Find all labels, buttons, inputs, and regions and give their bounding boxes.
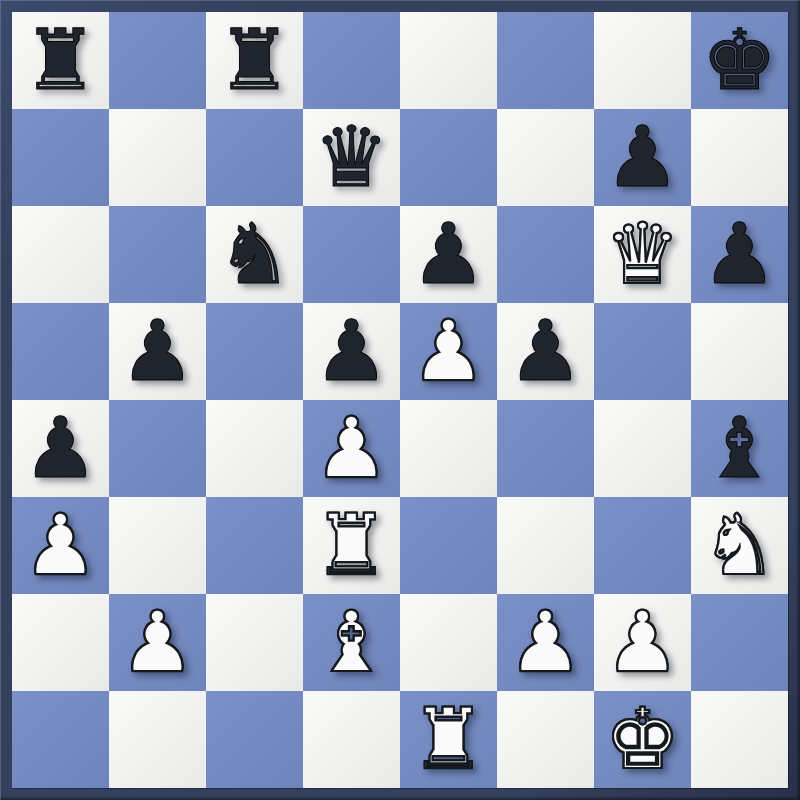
white-pawn-f2[interactable]: ♟ xyxy=(497,594,594,691)
white-rook-d3[interactable]: ♜ xyxy=(303,497,400,594)
square-e4[interactable] xyxy=(400,400,497,497)
square-b1[interactable] xyxy=(109,691,206,788)
square-d7[interactable]: ♛ xyxy=(303,109,400,206)
square-b3[interactable] xyxy=(109,497,206,594)
square-e3[interactable] xyxy=(400,497,497,594)
black-pawn-b5[interactable]: ♟ xyxy=(109,303,206,400)
black-queen-d7[interactable]: ♛ xyxy=(303,109,400,206)
square-h1[interactable] xyxy=(691,691,788,788)
square-d6[interactable] xyxy=(303,206,400,303)
square-d4[interactable]: ♟ xyxy=(303,400,400,497)
white-pawn-g2[interactable]: ♟ xyxy=(594,594,691,691)
black-king-h8[interactable]: ♚ xyxy=(691,12,788,109)
square-a8[interactable]: ♜ xyxy=(12,12,109,109)
square-f4[interactable] xyxy=(497,400,594,497)
square-c1[interactable] xyxy=(206,691,303,788)
square-b5[interactable]: ♟ xyxy=(109,303,206,400)
black-bishop-h4[interactable]: ♝ xyxy=(691,400,788,497)
square-f1[interactable] xyxy=(497,691,594,788)
square-e8[interactable] xyxy=(400,12,497,109)
square-h8[interactable]: ♚ xyxy=(691,12,788,109)
white-knight-h3[interactable]: ♞ xyxy=(691,497,788,594)
square-c3[interactable] xyxy=(206,497,303,594)
square-b4[interactable] xyxy=(109,400,206,497)
square-c2[interactable] xyxy=(206,594,303,691)
square-a6[interactable] xyxy=(12,206,109,303)
square-g4[interactable] xyxy=(594,400,691,497)
square-c4[interactable] xyxy=(206,400,303,497)
square-a3[interactable]: ♟ xyxy=(12,497,109,594)
black-pawn-g7[interactable]: ♟ xyxy=(594,109,691,206)
square-h5[interactable] xyxy=(691,303,788,400)
square-e1[interactable]: ♜ xyxy=(400,691,497,788)
square-a2[interactable] xyxy=(12,594,109,691)
square-e6[interactable]: ♟ xyxy=(400,206,497,303)
square-c7[interactable] xyxy=(206,109,303,206)
square-d8[interactable] xyxy=(303,12,400,109)
square-f3[interactable] xyxy=(497,497,594,594)
white-pawn-b2[interactable]: ♟ xyxy=(109,594,206,691)
square-f6[interactable] xyxy=(497,206,594,303)
square-a5[interactable] xyxy=(12,303,109,400)
square-e5[interactable]: ♟ xyxy=(400,303,497,400)
square-h2[interactable] xyxy=(691,594,788,691)
black-pawn-d5[interactable]: ♟ xyxy=(303,303,400,400)
white-pawn-e5[interactable]: ♟ xyxy=(400,303,497,400)
square-g7[interactable]: ♟ xyxy=(594,109,691,206)
square-f5[interactable]: ♟ xyxy=(497,303,594,400)
black-rook-c8[interactable]: ♜ xyxy=(206,12,303,109)
square-d3[interactable]: ♜ xyxy=(303,497,400,594)
square-a4[interactable]: ♟ xyxy=(12,400,109,497)
square-d2[interactable]: ♝ xyxy=(303,594,400,691)
square-d1[interactable] xyxy=(303,691,400,788)
square-b7[interactable] xyxy=(109,109,206,206)
white-bishop-d2[interactable]: ♝ xyxy=(303,594,400,691)
white-king-g1[interactable]: ♚ xyxy=(594,691,691,788)
square-e2[interactable] xyxy=(400,594,497,691)
square-b2[interactable]: ♟ xyxy=(109,594,206,691)
square-c8[interactable]: ♜ xyxy=(206,12,303,109)
square-f8[interactable] xyxy=(497,12,594,109)
square-c6[interactable]: ♞ xyxy=(206,206,303,303)
white-pawn-d4[interactable]: ♟ xyxy=(303,400,400,497)
square-b6[interactable] xyxy=(109,206,206,303)
white-rook-e1[interactable]: ♜ xyxy=(400,691,497,788)
black-pawn-a4[interactable]: ♟ xyxy=(12,400,109,497)
square-g2[interactable]: ♟ xyxy=(594,594,691,691)
square-g1[interactable]: ♚ xyxy=(594,691,691,788)
square-h4[interactable]: ♝ xyxy=(691,400,788,497)
black-knight-c6[interactable]: ♞ xyxy=(206,206,303,303)
square-f2[interactable]: ♟ xyxy=(497,594,594,691)
square-g6[interactable]: ♛ xyxy=(594,206,691,303)
square-f7[interactable] xyxy=(497,109,594,206)
square-a1[interactable] xyxy=(12,691,109,788)
black-pawn-h6[interactable]: ♟ xyxy=(691,206,788,303)
square-h7[interactable] xyxy=(691,109,788,206)
square-h6[interactable]: ♟ xyxy=(691,206,788,303)
square-e7[interactable] xyxy=(400,109,497,206)
white-queen-g6[interactable]: ♛ xyxy=(594,206,691,303)
black-pawn-f5[interactable]: ♟ xyxy=(497,303,594,400)
white-pawn-a3[interactable]: ♟ xyxy=(12,497,109,594)
square-g3[interactable] xyxy=(594,497,691,594)
board-frame: ♜♜♚♛♟♞♟♛♟♟♟♟♟♟♟♝♟♜♞♟♝♟♟♜♚ xyxy=(0,0,800,800)
square-g8[interactable] xyxy=(594,12,691,109)
square-c5[interactable] xyxy=(206,303,303,400)
square-h3[interactable]: ♞ xyxy=(691,497,788,594)
square-a7[interactable] xyxy=(12,109,109,206)
square-g5[interactable] xyxy=(594,303,691,400)
square-d5[interactable]: ♟ xyxy=(303,303,400,400)
black-rook-a8[interactable]: ♜ xyxy=(12,12,109,109)
black-pawn-e6[interactable]: ♟ xyxy=(400,206,497,303)
chess-board: ♜♜♚♛♟♞♟♛♟♟♟♟♟♟♟♝♟♜♞♟♝♟♟♜♚ xyxy=(12,12,788,788)
square-b8[interactable] xyxy=(109,12,206,109)
